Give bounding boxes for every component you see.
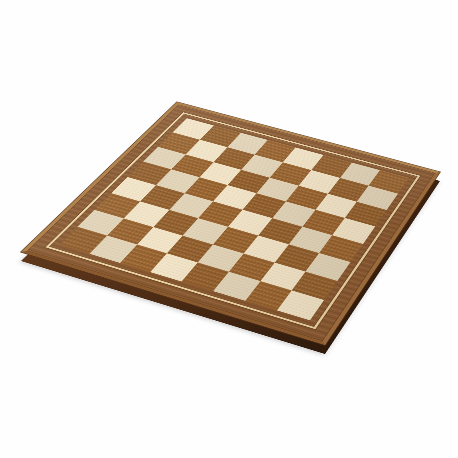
chess-board xyxy=(21,102,440,345)
product-photo xyxy=(0,0,458,458)
playing-field xyxy=(59,118,409,320)
